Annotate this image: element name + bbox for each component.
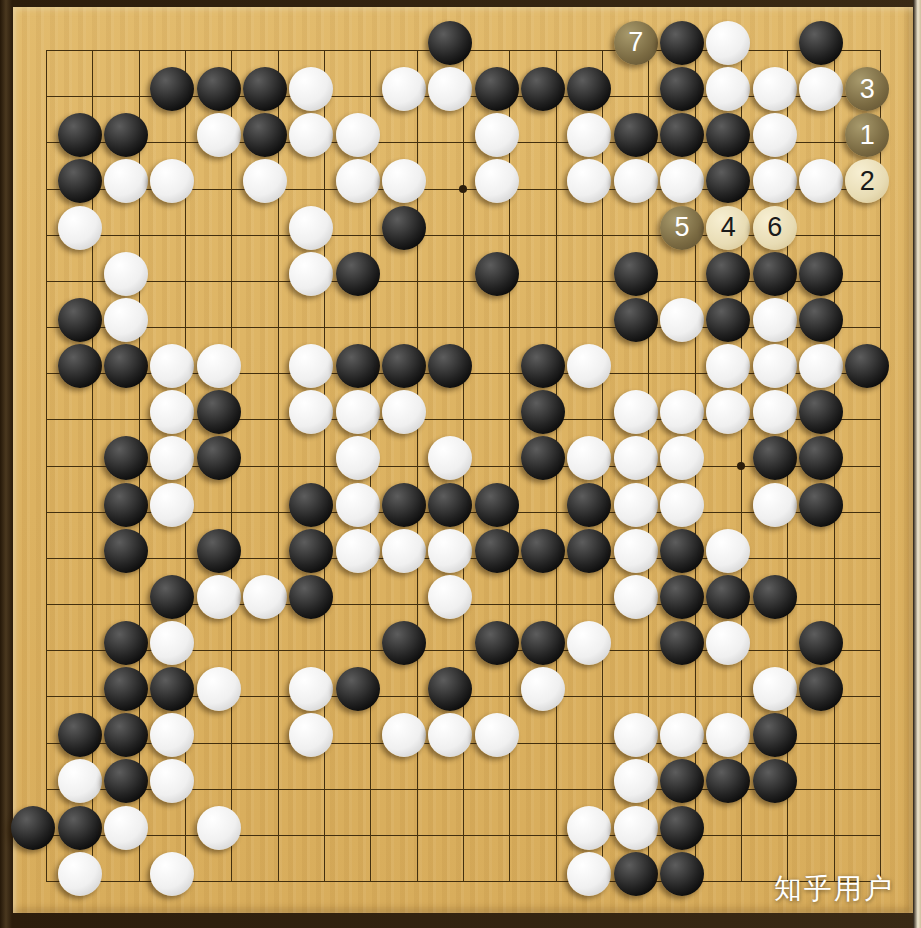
board-point-4-16[interactable] [196,758,242,804]
board-point-3-11[interactable] [149,528,195,574]
board-point-12-17[interactable] [566,805,612,851]
board-point-3-5[interactable] [149,251,195,297]
board-point-18-3[interactable]: 2 [844,158,890,204]
board-point-3-13[interactable] [149,620,195,666]
board-point-16-15[interactable] [752,712,798,758]
board-point-10-12[interactable] [474,574,520,620]
board-point-14-1[interactable] [659,66,705,112]
board-point-5-10[interactable] [242,481,288,527]
board-point-9-16[interactable] [427,758,473,804]
board-point-0-11[interactable] [10,528,56,574]
board-point-13-5[interactable] [613,251,659,297]
board-point-12-16[interactable] [566,758,612,804]
board-point-9-11[interactable] [427,528,473,574]
board-point-13-12[interactable] [613,574,659,620]
board-point-6-14[interactable] [288,666,334,712]
board-point-1-9[interactable] [57,435,103,481]
board-point-16-5[interactable] [752,251,798,297]
board-point-3-0[interactable] [149,20,195,66]
board-point-1-14[interactable] [57,666,103,712]
board-point-13-0[interactable]: 7 [613,20,659,66]
board-point-14-0[interactable] [659,20,705,66]
board-point-6-2[interactable] [288,112,334,158]
board-point-12-10[interactable] [566,481,612,527]
board-point-17-8[interactable] [798,389,844,435]
board-point-14-15[interactable] [659,712,705,758]
board-point-12-18[interactable] [566,851,612,897]
board-point-11-8[interactable] [520,389,566,435]
board-point-2-13[interactable] [103,620,149,666]
board-point-2-18[interactable] [103,851,149,897]
board-point-10-13[interactable] [474,620,520,666]
board-point-17-4[interactable] [798,205,844,251]
board-point-15-1[interactable] [705,66,751,112]
board-point-16-16[interactable] [752,758,798,804]
board-point-5-3[interactable] [242,158,288,204]
board-point-17-7[interactable] [798,343,844,389]
board-point-15-16[interactable] [705,758,751,804]
board-point-1-12[interactable] [57,574,103,620]
board-point-4-11[interactable] [196,528,242,574]
board-point-18-16[interactable] [844,758,890,804]
board-point-11-18[interactable] [520,851,566,897]
board-point-0-6[interactable] [10,297,56,343]
board-point-5-5[interactable] [242,251,288,297]
board-point-5-1[interactable] [242,66,288,112]
board-point-11-2[interactable] [520,112,566,158]
board-point-18-8[interactable] [844,389,890,435]
board-point-2-16[interactable] [103,758,149,804]
board-point-0-8[interactable] [10,389,56,435]
board-point-8-4[interactable] [381,205,427,251]
board-point-9-13[interactable] [427,620,473,666]
board-point-5-14[interactable] [242,666,288,712]
board-point-13-9[interactable] [613,435,659,481]
board-point-11-17[interactable] [520,805,566,851]
board-point-18-11[interactable] [844,528,890,574]
board-point-2-12[interactable] [103,574,149,620]
board-point-4-8[interactable] [196,389,242,435]
board-point-14-3[interactable] [659,158,705,204]
board-point-17-3[interactable] [798,158,844,204]
board-point-7-4[interactable] [335,205,381,251]
board-point-4-10[interactable] [196,481,242,527]
board-point-1-8[interactable] [57,389,103,435]
board-point-5-16[interactable] [242,758,288,804]
board-point-8-18[interactable] [381,851,427,897]
board-point-0-14[interactable] [10,666,56,712]
board-point-9-1[interactable] [427,66,473,112]
board-point-18-14[interactable] [844,666,890,712]
board-point-6-16[interactable] [288,758,334,804]
board-point-1-1[interactable] [57,66,103,112]
board-point-3-15[interactable] [149,712,195,758]
board-point-4-4[interactable] [196,205,242,251]
board-point-4-18[interactable] [196,851,242,897]
board-point-4-12[interactable] [196,574,242,620]
board-point-6-12[interactable] [288,574,334,620]
board-point-17-14[interactable] [798,666,844,712]
board-point-7-13[interactable] [335,620,381,666]
board-point-3-9[interactable] [149,435,195,481]
board-point-14-13[interactable] [659,620,705,666]
board-point-3-8[interactable] [149,389,195,435]
board-point-2-14[interactable] [103,666,149,712]
board-point-11-13[interactable] [520,620,566,666]
board-point-4-1[interactable] [196,66,242,112]
board-point-9-0[interactable] [427,20,473,66]
board-point-8-17[interactable] [381,805,427,851]
board-point-16-2[interactable] [752,112,798,158]
board-point-10-11[interactable] [474,528,520,574]
board-point-3-12[interactable] [149,574,195,620]
board-point-12-1[interactable] [566,66,612,112]
board-point-18-2[interactable]: 1 [844,112,890,158]
board-point-1-3[interactable] [57,158,103,204]
board-point-11-1[interactable] [520,66,566,112]
board-point-16-11[interactable] [752,528,798,574]
board-point-5-17[interactable] [242,805,288,851]
board-point-13-1[interactable] [613,66,659,112]
board-point-13-15[interactable] [613,712,659,758]
board-point-11-4[interactable] [520,205,566,251]
board-point-1-6[interactable] [57,297,103,343]
board-point-5-7[interactable] [242,343,288,389]
board-point-0-15[interactable] [10,712,56,758]
board-point-13-7[interactable] [613,343,659,389]
board-point-6-15[interactable] [288,712,334,758]
board-point-5-0[interactable] [242,20,288,66]
board-point-13-8[interactable] [613,389,659,435]
board-point-9-17[interactable] [427,805,473,851]
board-point-15-8[interactable] [705,389,751,435]
board-point-16-8[interactable] [752,389,798,435]
board-point-16-12[interactable] [752,574,798,620]
board-point-15-13[interactable] [705,620,751,666]
board-point-11-6[interactable] [520,297,566,343]
board-point-13-16[interactable] [613,758,659,804]
board-point-1-13[interactable] [57,620,103,666]
board-point-2-7[interactable] [103,343,149,389]
board-point-8-16[interactable] [381,758,427,804]
board-point-7-17[interactable] [335,805,381,851]
board-point-5-2[interactable] [242,112,288,158]
board-point-18-13[interactable] [844,620,890,666]
board-point-8-13[interactable] [381,620,427,666]
board-point-5-18[interactable] [242,851,288,897]
board-point-6-10[interactable] [288,481,334,527]
board-point-6-9[interactable] [288,435,334,481]
board-point-18-6[interactable] [844,297,890,343]
board-point-5-4[interactable] [242,205,288,251]
board-point-1-18[interactable] [57,851,103,897]
board-point-15-5[interactable] [705,251,751,297]
board-point-9-4[interactable] [427,205,473,251]
board-point-15-7[interactable] [705,343,751,389]
board-point-11-11[interactable] [520,528,566,574]
board-point-17-2[interactable] [798,112,844,158]
board-point-9-14[interactable] [427,666,473,712]
board-point-18-4[interactable] [844,205,890,251]
board-point-0-10[interactable] [10,481,56,527]
board-point-9-8[interactable] [427,389,473,435]
board-point-3-14[interactable] [149,666,195,712]
board-point-1-7[interactable] [57,343,103,389]
board-point-18-10[interactable] [844,481,890,527]
board-point-4-5[interactable] [196,251,242,297]
board-point-15-17[interactable] [705,805,751,851]
board-point-14-5[interactable] [659,251,705,297]
board-point-10-6[interactable] [474,297,520,343]
board-point-2-8[interactable] [103,389,149,435]
board-point-0-3[interactable] [10,158,56,204]
board-point-3-3[interactable] [149,158,195,204]
board-point-12-15[interactable] [566,712,612,758]
board-point-8-3[interactable] [381,158,427,204]
board-point-14-2[interactable] [659,112,705,158]
board-point-9-3[interactable] [427,158,473,204]
board-point-17-5[interactable] [798,251,844,297]
board-point-10-3[interactable] [474,158,520,204]
board-point-4-9[interactable] [196,435,242,481]
board-point-13-13[interactable] [613,620,659,666]
board-point-8-6[interactable] [381,297,427,343]
board-point-2-11[interactable] [103,528,149,574]
board-point-10-5[interactable] [474,251,520,297]
board-point-16-7[interactable] [752,343,798,389]
board-point-16-3[interactable] [752,158,798,204]
board-point-12-4[interactable] [566,205,612,251]
board-point-16-1[interactable] [752,66,798,112]
board-point-6-17[interactable] [288,805,334,851]
board-point-14-7[interactable] [659,343,705,389]
board-point-3-10[interactable] [149,481,195,527]
board-point-13-14[interactable] [613,666,659,712]
board-point-11-14[interactable] [520,666,566,712]
board-point-5-13[interactable] [242,620,288,666]
board-point-10-18[interactable] [474,851,520,897]
board-point-17-11[interactable] [798,528,844,574]
board-point-12-2[interactable] [566,112,612,158]
board-point-13-11[interactable] [613,528,659,574]
board-point-10-15[interactable] [474,712,520,758]
board-point-10-1[interactable] [474,66,520,112]
board-point-0-1[interactable] [10,66,56,112]
board-point-3-7[interactable] [149,343,195,389]
board-point-10-10[interactable] [474,481,520,527]
board-point-6-7[interactable] [288,343,334,389]
board-point-12-13[interactable] [566,620,612,666]
board-point-15-11[interactable] [705,528,751,574]
board-point-18-5[interactable] [844,251,890,297]
board-point-3-1[interactable] [149,66,195,112]
board-point-14-4[interactable]: 5 [659,205,705,251]
board-point-17-0[interactable] [798,20,844,66]
board-point-3-2[interactable] [149,112,195,158]
board-point-8-0[interactable] [381,20,427,66]
board-point-11-7[interactable] [520,343,566,389]
board-point-14-10[interactable] [659,481,705,527]
board-point-16-0[interactable] [752,20,798,66]
board-point-12-7[interactable] [566,343,612,389]
board-point-8-9[interactable] [381,435,427,481]
board-point-18-17[interactable] [844,805,890,851]
board-point-7-14[interactable] [335,666,381,712]
board-point-15-18[interactable] [705,851,751,897]
board-point-14-11[interactable] [659,528,705,574]
board-point-6-1[interactable] [288,66,334,112]
board-point-5-8[interactable] [242,389,288,435]
board-point-15-9[interactable] [705,435,751,481]
board-point-10-0[interactable] [474,20,520,66]
board-point-6-6[interactable] [288,297,334,343]
board-point-8-11[interactable] [381,528,427,574]
board-point-16-9[interactable] [752,435,798,481]
board-point-3-6[interactable] [149,297,195,343]
board-point-8-8[interactable] [381,389,427,435]
board-point-6-8[interactable] [288,389,334,435]
board-point-12-6[interactable] [566,297,612,343]
board-point-0-7[interactable] [10,343,56,389]
board-point-7-18[interactable] [335,851,381,897]
board-point-4-3[interactable] [196,158,242,204]
board-point-3-16[interactable] [149,758,195,804]
board-point-15-10[interactable] [705,481,751,527]
board-point-7-12[interactable] [335,574,381,620]
board-point-6-3[interactable] [288,158,334,204]
board-point-11-5[interactable] [520,251,566,297]
board-point-4-14[interactable] [196,666,242,712]
board-point-14-14[interactable] [659,666,705,712]
board-point-7-8[interactable] [335,389,381,435]
board-point-13-4[interactable] [613,205,659,251]
board-point-7-1[interactable] [335,66,381,112]
board-point-2-6[interactable] [103,297,149,343]
board-point-2-4[interactable] [103,205,149,251]
board-point-4-7[interactable] [196,343,242,389]
board-point-8-2[interactable] [381,112,427,158]
board-point-12-9[interactable] [566,435,612,481]
board-point-7-3[interactable] [335,158,381,204]
board-point-9-7[interactable] [427,343,473,389]
board-point-1-0[interactable] [57,20,103,66]
board-point-11-15[interactable] [520,712,566,758]
board-point-15-3[interactable] [705,158,751,204]
board-point-13-2[interactable] [613,112,659,158]
board-point-13-10[interactable] [613,481,659,527]
board-point-17-13[interactable] [798,620,844,666]
board-point-10-8[interactable] [474,389,520,435]
board-point-17-12[interactable] [798,574,844,620]
board-point-6-11[interactable] [288,528,334,574]
board-point-15-14[interactable] [705,666,751,712]
board-point-13-17[interactable] [613,805,659,851]
board-point-6-0[interactable] [288,20,334,66]
board-point-8-10[interactable] [381,481,427,527]
board-point-17-17[interactable] [798,805,844,851]
board-point-11-12[interactable] [520,574,566,620]
board-point-3-4[interactable] [149,205,195,251]
board-point-13-3[interactable] [613,158,659,204]
board-point-6-13[interactable] [288,620,334,666]
board-point-13-6[interactable] [613,297,659,343]
board-point-2-5[interactable] [103,251,149,297]
board-point-7-2[interactable] [335,112,381,158]
board-point-14-8[interactable] [659,389,705,435]
board-point-12-14[interactable] [566,666,612,712]
board-point-15-4[interactable]: 4 [705,205,751,251]
board-point-5-11[interactable] [242,528,288,574]
board-point-8-15[interactable] [381,712,427,758]
board-point-2-2[interactable] [103,112,149,158]
board-point-8-7[interactable] [381,343,427,389]
board-point-18-1[interactable]: 3 [844,66,890,112]
board-point-8-1[interactable] [381,66,427,112]
board-point-0-16[interactable] [10,758,56,804]
board-point-4-17[interactable] [196,805,242,851]
board-point-13-18[interactable] [613,851,659,897]
board-point-10-2[interactable] [474,112,520,158]
board-point-2-0[interactable] [103,20,149,66]
board-point-17-6[interactable] [798,297,844,343]
board-point-4-6[interactable] [196,297,242,343]
board-point-11-16[interactable] [520,758,566,804]
board-point-6-4[interactable] [288,205,334,251]
board-point-2-17[interactable] [103,805,149,851]
board-point-0-17[interactable] [10,805,56,851]
board-point-10-17[interactable] [474,805,520,851]
board-point-7-5[interactable] [335,251,381,297]
board-point-18-9[interactable] [844,435,890,481]
board-point-5-6[interactable] [242,297,288,343]
board-point-7-10[interactable] [335,481,381,527]
board-point-18-7[interactable] [844,343,890,389]
board-point-1-17[interactable] [57,805,103,851]
board-point-1-11[interactable] [57,528,103,574]
board-point-3-18[interactable] [149,851,195,897]
board-point-10-7[interactable] [474,343,520,389]
board-point-12-5[interactable] [566,251,612,297]
board-point-8-14[interactable] [381,666,427,712]
board-point-14-17[interactable] [659,805,705,851]
board-point-0-12[interactable] [10,574,56,620]
board-point-1-16[interactable] [57,758,103,804]
board-point-14-6[interactable] [659,297,705,343]
board-point-15-0[interactable] [705,20,751,66]
board-point-17-15[interactable] [798,712,844,758]
board-point-16-10[interactable] [752,481,798,527]
board-point-8-12[interactable] [381,574,427,620]
board-point-9-2[interactable] [427,112,473,158]
board-point-10-4[interactable] [474,205,520,251]
board-point-14-18[interactable] [659,851,705,897]
board-point-12-8[interactable] [566,389,612,435]
board-point-6-18[interactable] [288,851,334,897]
board-point-7-16[interactable] [335,758,381,804]
board-point-7-15[interactable] [335,712,381,758]
board-point-18-12[interactable] [844,574,890,620]
board-point-12-0[interactable] [566,20,612,66]
board-point-15-15[interactable] [705,712,751,758]
board-point-6-5[interactable] [288,251,334,297]
board-point-7-7[interactable] [335,343,381,389]
board-point-10-9[interactable] [474,435,520,481]
board-point-1-15[interactable] [57,712,103,758]
board-point-9-10[interactable] [427,481,473,527]
board-point-1-10[interactable] [57,481,103,527]
board-point-16-6[interactable] [752,297,798,343]
board-point-11-0[interactable] [520,20,566,66]
